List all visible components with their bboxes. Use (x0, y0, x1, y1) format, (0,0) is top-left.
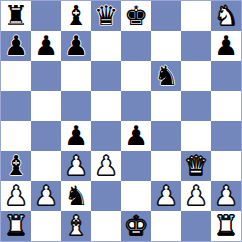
black-queen-piece: ♛ (94, 2, 118, 29)
square-b4[interactable] (31, 121, 61, 151)
black-bishop-piece: ♝ (4, 152, 28, 179)
square-f4[interactable] (151, 121, 181, 151)
square-g5[interactable] (181, 91, 211, 121)
white-pawn-piece: ♟ (34, 182, 58, 209)
white-pawn-piece: ♟ (94, 152, 118, 179)
black-bishop-piece: ♝ (64, 2, 88, 29)
black-pawn-piece: ♟ (124, 122, 148, 149)
square-d8[interactable]: ♛ (91, 1, 121, 31)
square-h2[interactable]: ♟ (211, 181, 241, 211)
square-a3[interactable]: ♝ (1, 151, 31, 181)
square-a7[interactable]: ♟ (1, 31, 31, 61)
white-rook-piece: ♜ (4, 212, 28, 239)
square-c1[interactable]: ♝ (61, 211, 91, 241)
square-g7[interactable] (181, 31, 211, 61)
black-pawn-piece: ♟ (64, 122, 88, 149)
square-e8[interactable]: ♚ (121, 1, 151, 31)
square-d3[interactable]: ♟ (91, 151, 121, 181)
square-h8[interactable]: ♞ (211, 1, 241, 31)
white-pawn-piece: ♟ (184, 182, 208, 209)
black-pawn-piece: ♟ (214, 32, 238, 59)
square-c2[interactable]: ♞ (61, 181, 91, 211)
square-g8[interactable] (181, 1, 211, 31)
black-pawn-piece: ♟ (34, 32, 58, 59)
square-a1[interactable]: ♜ (1, 211, 31, 241)
square-g1[interactable] (181, 211, 211, 241)
square-h5[interactable] (211, 91, 241, 121)
black-rook-piece: ♜ (4, 2, 28, 29)
square-c6[interactable] (61, 61, 91, 91)
square-a8[interactable]: ♜ (1, 1, 31, 31)
square-h3[interactable] (211, 151, 241, 181)
square-d2[interactable] (91, 181, 121, 211)
square-c8[interactable]: ♝ (61, 1, 91, 31)
square-a4[interactable] (1, 121, 31, 151)
white-king-piece: ♚ (124, 212, 148, 239)
square-a2[interactable]: ♟ (1, 181, 31, 211)
square-g6[interactable] (181, 61, 211, 91)
square-e1[interactable]: ♚ (121, 211, 151, 241)
white-knight-piece: ♞ (214, 2, 238, 29)
white-pawn-piece: ♟ (154, 182, 178, 209)
white-queen-piece: ♛ (184, 152, 208, 179)
square-c5[interactable] (61, 91, 91, 121)
white-pawn-piece: ♟ (64, 152, 88, 179)
square-f7[interactable] (151, 31, 181, 61)
square-e4[interactable]: ♟ (121, 121, 151, 151)
square-f6[interactable]: ♞ (151, 61, 181, 91)
square-d5[interactable] (91, 91, 121, 121)
black-pawn-piece: ♟ (64, 32, 88, 59)
square-b7[interactable]: ♟ (31, 31, 61, 61)
white-pawn-piece: ♟ (4, 182, 28, 209)
square-a6[interactable] (1, 61, 31, 91)
square-b6[interactable] (31, 61, 61, 91)
square-e3[interactable] (121, 151, 151, 181)
square-d6[interactable] (91, 61, 121, 91)
square-h4[interactable] (211, 121, 241, 151)
white-rook-piece: ♜ (214, 212, 238, 239)
square-f5[interactable] (151, 91, 181, 121)
square-c3[interactable]: ♟ (61, 151, 91, 181)
square-e6[interactable] (121, 61, 151, 91)
square-b1[interactable] (31, 211, 61, 241)
square-f8[interactable] (151, 1, 181, 31)
square-e7[interactable] (121, 31, 151, 61)
square-h6[interactable] (211, 61, 241, 91)
black-knight-piece: ♞ (154, 62, 178, 89)
square-b5[interactable] (31, 91, 61, 121)
square-h7[interactable]: ♟ (211, 31, 241, 61)
square-f1[interactable] (151, 211, 181, 241)
square-e2[interactable] (121, 181, 151, 211)
square-b3[interactable] (31, 151, 61, 181)
white-bishop-piece: ♝ (64, 212, 88, 239)
square-g2[interactable]: ♟ (181, 181, 211, 211)
white-pawn-piece: ♟ (214, 182, 238, 209)
chess-board: ♜♝♛♚♞♟♟♟♟♞♟♟♝♟♟♛♟♟♞♟♟♟♜♝♚♜ (0, 0, 242, 242)
square-e5[interactable] (121, 91, 151, 121)
square-b2[interactable]: ♟ (31, 181, 61, 211)
square-g3[interactable]: ♛ (181, 151, 211, 181)
square-d1[interactable] (91, 211, 121, 241)
square-b8[interactable] (31, 1, 61, 31)
square-a5[interactable] (1, 91, 31, 121)
black-knight-piece: ♞ (64, 182, 88, 209)
square-h1[interactable]: ♜ (211, 211, 241, 241)
black-pawn-piece: ♟ (4, 32, 28, 59)
square-f3[interactable] (151, 151, 181, 181)
square-d7[interactable] (91, 31, 121, 61)
square-c4[interactable]: ♟ (61, 121, 91, 151)
black-king-piece: ♚ (124, 2, 148, 29)
square-g4[interactable] (181, 121, 211, 151)
square-c7[interactable]: ♟ (61, 31, 91, 61)
square-d4[interactable] (91, 121, 121, 151)
square-f2[interactable]: ♟ (151, 181, 181, 211)
